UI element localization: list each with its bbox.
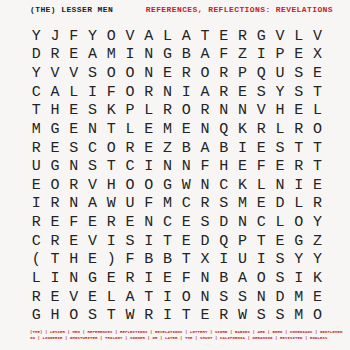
grid-cell[interactable]: A (196, 83, 215, 102)
grid-cell[interactable]: N (196, 120, 215, 139)
grid-cell[interactable]: F (252, 157, 271, 176)
grid-cell[interactable]: R (121, 269, 140, 288)
grid-cell[interactable]: R (121, 139, 140, 158)
grid-cell[interactable]: A (177, 27, 196, 46)
grid-cell[interactable]: S (83, 102, 102, 121)
grid-cell[interactable]: X (196, 251, 215, 270)
grid-cell[interactable]: N (158, 157, 177, 176)
grid-cell[interactable]: L (290, 195, 309, 214)
grid-cell[interactable]: V (65, 64, 84, 83)
grid-cell[interactable]: O (177, 102, 196, 121)
grid-cell[interactable]: O (46, 176, 65, 195)
grid-cell[interactable]: G (27, 306, 46, 325)
grid-cell[interactable]: I (177, 83, 196, 102)
grid-cell[interactable]: C (27, 232, 46, 251)
grid-cell[interactable]: E (252, 139, 271, 158)
grid-cell[interactable]: D (27, 46, 46, 65)
grid-cell[interactable]: I (83, 83, 102, 102)
word-list-line-1: (THE) | LESSER | MEN | REFERENCES | REFL… (30, 330, 330, 336)
grid-cell[interactable]: E (290, 102, 309, 121)
grid-cell[interactable]: E (83, 213, 102, 232)
grid-cell[interactable]: N (83, 120, 102, 139)
grid-cell[interactable]: B (177, 139, 196, 158)
grid-cell[interactable]: I (215, 251, 234, 270)
grid-cell[interactable]: E (121, 213, 140, 232)
grid-cell[interactable]: K (233, 176, 252, 195)
grid-cell[interactable]: Y (83, 27, 102, 46)
grid-cell[interactable]: Y (271, 83, 290, 102)
grid-cell[interactable]: E (27, 176, 46, 195)
grid-cell[interactable]: E (308, 288, 327, 307)
grid-cell[interactable]: G (83, 269, 102, 288)
grid-cell[interactable]: I (252, 46, 271, 65)
grid-cell[interactable]: M (102, 46, 121, 65)
grid-cell[interactable]: B (215, 139, 234, 158)
grid-cell[interactable]: E (252, 195, 271, 214)
grid-cell[interactable]: B (140, 251, 159, 270)
grid-cell[interactable]: C (215, 176, 234, 195)
grid-cell[interactable]: E (65, 232, 84, 251)
grid-cell[interactable]: O (252, 269, 271, 288)
grid-cell[interactable]: A (83, 46, 102, 65)
grid-cell[interactable]: I (102, 232, 121, 251)
grid-cell[interactable]: O (290, 213, 309, 232)
grid-cell[interactable]: T (252, 232, 271, 251)
grid-cell[interactable]: O (121, 64, 140, 83)
grid-cell[interactable]: E (233, 157, 252, 176)
grid-cell[interactable]: I (158, 288, 177, 307)
grid-cell[interactable]: R (308, 195, 327, 214)
grid-cell[interactable]: A (196, 139, 215, 158)
grid-cell[interactable]: I (290, 176, 309, 195)
grid-cell[interactable]: T (196, 27, 215, 46)
grid-cell[interactable]: V (121, 27, 140, 46)
grid-cell[interactable]: Y (308, 251, 327, 270)
grid-cell[interactable]: O (102, 139, 121, 158)
grid-cell[interactable]: Z (158, 139, 177, 158)
grid-cell[interactable]: P (121, 102, 140, 121)
grid-cell[interactable]: I (140, 232, 159, 251)
grid-cell[interactable]: R (177, 64, 196, 83)
grid-cell[interactable]: N (158, 83, 177, 102)
grid-cell[interactable]: R (196, 195, 215, 214)
grid-cell[interactable]: ( (27, 251, 46, 270)
grid-cell[interactable]: W (102, 195, 121, 214)
grid-cell[interactable]: I (252, 251, 271, 270)
grid-cell[interactable]: C (177, 195, 196, 214)
word-search-grid: YJFYOVALATERGVLVDREAMINGBAFZIPEXYVVSOONE… (27, 27, 327, 325)
grid-cell[interactable]: J (46, 27, 65, 46)
word-list-line-2: IN | LINGERIE | GHOSTWRITER | TRILOGY | … (30, 336, 330, 342)
grid-cell[interactable]: O (121, 83, 140, 102)
grid-cell[interactable]: I (121, 46, 140, 65)
grid-cell[interactable]: I (290, 269, 309, 288)
grid-cell[interactable]: H (46, 306, 65, 325)
grid-cell[interactable]: K (233, 120, 252, 139)
grid-cell[interactable]: U (233, 251, 252, 270)
grid-cell[interactable]: I (233, 139, 252, 158)
grid-cell[interactable]: F (121, 251, 140, 270)
grid-cell[interactable]: T (177, 251, 196, 270)
grid-cell[interactable]: C (121, 157, 140, 176)
grid-cell[interactable]: H (271, 102, 290, 121)
grid-cell[interactable]: R (158, 102, 177, 121)
grid-cell[interactable]: P (233, 232, 252, 251)
grid-cell[interactable]: U (271, 64, 290, 83)
grid-cell[interactable]: R (215, 83, 234, 102)
grid-cell[interactable]: Y (308, 213, 327, 232)
grid-cell[interactable]: Q (215, 232, 234, 251)
grid-cell[interactable]: R (215, 306, 234, 325)
grid-cell[interactable]: F (65, 27, 84, 46)
grid-cell[interactable]: N (140, 46, 159, 65)
grid-cell[interactable]: L (158, 27, 177, 46)
grid-cell[interactable]: E (215, 27, 234, 46)
grid-cell[interactable]: M (290, 306, 309, 325)
grid-cell[interactable]: T (27, 102, 46, 121)
grid-cell[interactable]: L (271, 120, 290, 139)
grid-cell[interactable]: T (140, 288, 159, 307)
grid-cell[interactable]: V (308, 27, 327, 46)
grid-cell[interactable]: E (83, 251, 102, 270)
grid-cell[interactable]: S (215, 288, 234, 307)
grid-cell[interactable]: S (83, 64, 102, 83)
grid-cell[interactable]: G (158, 176, 177, 195)
grid-cell[interactable]: E (65, 102, 84, 121)
grid-cell[interactable]: E (271, 157, 290, 176)
grid-cell[interactable]: A (121, 288, 140, 307)
grid-cell[interactable]: F (196, 157, 215, 176)
grid-cell[interactable]: S (121, 232, 140, 251)
grid-cell[interactable]: E (140, 120, 159, 139)
grid-cell[interactable]: H (215, 157, 234, 176)
grid-cell[interactable]: Q (252, 64, 271, 83)
grid-cell[interactable]: W (177, 176, 196, 195)
grid-cell[interactable]: L (290, 27, 309, 46)
grid-cell[interactable]: N (233, 213, 252, 232)
grid-cell[interactable]: M (158, 120, 177, 139)
grid-cell[interactable]: G (290, 232, 309, 251)
grid-cell[interactable]: C (252, 213, 271, 232)
grid-cell[interactable]: T (158, 232, 177, 251)
grid-cell[interactable]: Q (215, 120, 234, 139)
grid-cell[interactable]: M (27, 120, 46, 139)
grid-cell[interactable]: V (46, 64, 65, 83)
grid-cell[interactable]: B (177, 46, 196, 65)
grid-cell[interactable]: N (196, 288, 215, 307)
grid-cell[interactable]: R (290, 157, 309, 176)
grid-cell[interactable]: D (271, 195, 290, 214)
grid-cell[interactable]: V (65, 288, 84, 307)
grid-cell[interactable]: S (271, 306, 290, 325)
grid-cell[interactable]: R (27, 288, 46, 307)
grid-cell[interactable]: T (290, 139, 309, 158)
grid-cell[interactable]: A (83, 195, 102, 214)
grid-cell[interactable]: S (271, 269, 290, 288)
grid-cell[interactable]: N (177, 157, 196, 176)
grid-cell[interactable]: V (83, 232, 102, 251)
grid-cell[interactable]: H (102, 176, 121, 195)
grid-cell[interactable]: E (177, 120, 196, 139)
grid-cell[interactable]: T (177, 306, 196, 325)
grid-cell[interactable]: B (158, 251, 177, 270)
grid-cell[interactable]: ) (102, 251, 121, 270)
grid-cell[interactable]: N (65, 269, 84, 288)
grid-cell[interactable]: I (140, 157, 159, 176)
grid-cell[interactable]: O (121, 176, 140, 195)
grid-cell[interactable]: C (158, 213, 177, 232)
grid-cell[interactable]: I (46, 269, 65, 288)
album-title: REFERENCES, REFLECTIONS: REVELATIONS (146, 5, 333, 14)
grid-cell[interactable]: N (140, 64, 159, 83)
grid-cell[interactable]: Z (308, 232, 327, 251)
grid-cell[interactable]: I (140, 269, 159, 288)
grid-cell[interactable]: S (65, 139, 84, 158)
grid-cell[interactable]: E (177, 213, 196, 232)
grid-cell[interactable]: Y (27, 64, 46, 83)
grid-cell[interactable]: S (271, 139, 290, 158)
grid-cell[interactable]: C (27, 83, 46, 102)
grid-cell[interactable]: A (196, 46, 215, 65)
grid-cell[interactable]: L (65, 83, 84, 102)
grid-cell[interactable]: E (65, 120, 84, 139)
word-list: (THE) | LESSER | MEN | REFERENCES | REFL… (30, 330, 330, 341)
grid-cell[interactable]: C (83, 139, 102, 158)
grid-cell[interactable]: E (46, 213, 65, 232)
grid-cell[interactable]: D (196, 232, 215, 251)
grid-cell[interactable]: F (65, 213, 84, 232)
grid-cell[interactable]: N (196, 176, 215, 195)
grid-cell[interactable]: E (158, 269, 177, 288)
grid-cell[interactable]: R (65, 176, 84, 195)
grid-cell[interactable]: S (290, 83, 309, 102)
grid-cell[interactable]: Y (27, 27, 46, 46)
grid-cell[interactable]: A (140, 27, 159, 46)
grid-cell[interactable]: O (102, 64, 121, 83)
grid-cell[interactable]: N (140, 213, 159, 232)
grid-cell[interactable]: K (102, 102, 121, 121)
grid-cell[interactable]: N (196, 269, 215, 288)
grid-cell[interactable]: R (252, 120, 271, 139)
grid-cell[interactable]: P (271, 46, 290, 65)
grid-cell[interactable]: E (102, 269, 121, 288)
grid-cell[interactable]: O (102, 27, 121, 46)
grid-cell[interactable]: E (158, 64, 177, 83)
grid-cell[interactable]: S (196, 213, 215, 232)
grid-cell[interactable]: D (271, 288, 290, 307)
grid-cell[interactable]: R (233, 27, 252, 46)
grid-cell[interactable]: L (308, 102, 327, 121)
grid-cell[interactable]: E (290, 46, 309, 65)
grid-cell[interactable]: A (46, 83, 65, 102)
grid-cell[interactable]: S (252, 83, 271, 102)
grid-cell[interactable]: F (140, 195, 159, 214)
grid-cell[interactable]: T (46, 251, 65, 270)
grid-cell[interactable]: E (233, 83, 252, 102)
grid-cell[interactable]: L (121, 120, 140, 139)
grid-cell[interactable]: E (308, 176, 327, 195)
grid-cell[interactable]: O (177, 288, 196, 307)
grid-cell[interactable]: S (83, 306, 102, 325)
grid-cell[interactable]: U (27, 157, 46, 176)
grid-cell[interactable]: Z (233, 46, 252, 65)
grid-cell[interactable]: N (233, 102, 252, 121)
grid-cell[interactable]: I (27, 195, 46, 214)
grid-cell[interactable]: E (271, 232, 290, 251)
grid-cell[interactable]: S (83, 157, 102, 176)
grid-cell[interactable]: H (46, 102, 65, 121)
grid-cell[interactable]: E (308, 64, 327, 83)
grid-cell[interactable]: L (271, 213, 290, 232)
grid-cell[interactable]: F (215, 46, 234, 65)
grid-cell[interactable]: E (140, 139, 159, 158)
grid-cell[interactable]: P (233, 64, 252, 83)
grid-cell[interactable]: O (140, 176, 159, 195)
grid-cell[interactable]: G (46, 157, 65, 176)
grid-cell[interactable]: G (252, 27, 271, 46)
grid-cell[interactable]: F (177, 269, 196, 288)
grid-cell[interactable]: R (46, 46, 65, 65)
grid-cell[interactable]: S (271, 251, 290, 270)
grid-cell[interactable]: N (271, 176, 290, 195)
grid-cell[interactable]: X (308, 46, 327, 65)
grid-cell[interactable]: N (65, 195, 84, 214)
grid-cell[interactable]: T (308, 139, 327, 158)
grid-cell[interactable]: R (140, 83, 159, 102)
grid-cell[interactable]: R (46, 195, 65, 214)
grid-cell[interactable]: E (177, 232, 196, 251)
band-title: (THE) LESSER MEN (30, 5, 113, 14)
grid-cell[interactable]: M (233, 195, 252, 214)
grid-cell[interactable]: W (121, 306, 140, 325)
grid-cell[interactable]: R (196, 102, 215, 121)
grid-cell[interactable]: R (215, 64, 234, 83)
grid-cell[interactable]: E (83, 288, 102, 307)
grid-cell[interactable]: L (102, 288, 121, 307)
grid-cell[interactable]: R (290, 120, 309, 139)
grid-cell[interactable]: R (140, 306, 159, 325)
grid-cell[interactable]: H (65, 251, 84, 270)
grid-cell[interactable]: G (46, 120, 65, 139)
grid-cell[interactable]: N (215, 102, 234, 121)
grid-cell[interactable]: S (290, 64, 309, 83)
grid-cell[interactable]: Y (290, 251, 309, 270)
grid-cell[interactable]: S (215, 195, 234, 214)
grid-cell[interactable]: R (27, 213, 46, 232)
grid-cell[interactable]: E (65, 46, 84, 65)
grid-cell[interactable]: N (65, 157, 84, 176)
grid-cell[interactable]: A (233, 269, 252, 288)
grid-cell[interactable]: E (196, 306, 215, 325)
grid-cell[interactable]: K (308, 269, 327, 288)
grid-cell[interactable]: F (102, 83, 121, 102)
grid-cell[interactable]: V (83, 176, 102, 195)
grid-cell[interactable]: T (308, 83, 327, 102)
grid-cell[interactable]: W (233, 306, 252, 325)
grid-cell[interactable]: R (46, 232, 65, 251)
grid-cell[interactable]: D (215, 213, 234, 232)
grid-cell[interactable]: V (252, 102, 271, 121)
grid-cell[interactable]: S (252, 306, 271, 325)
grid-cell[interactable]: E (46, 288, 65, 307)
grid-cell[interactable]: O (65, 306, 84, 325)
grid-cell[interactable]: T (102, 120, 121, 139)
grid-cell[interactable]: E (46, 139, 65, 158)
grid-cell[interactable]: G (158, 46, 177, 65)
grid-cell[interactable]: I (158, 306, 177, 325)
grid-cell[interactable]: N (252, 288, 271, 307)
grid-cell[interactable]: M (290, 288, 309, 307)
header: (THE) LESSER MEN REFERENCES, REFLECTIONS… (30, 5, 333, 14)
grid-cell[interactable]: B (215, 269, 234, 288)
grid-cell[interactable]: R (27, 139, 46, 158)
grid-cell[interactable]: L (140, 102, 159, 121)
grid-cell[interactable]: O (308, 306, 327, 325)
grid-cell[interactable]: T (102, 157, 121, 176)
grid-cell[interactable]: V (271, 27, 290, 46)
grid-cell[interactable]: S (233, 288, 252, 307)
grid-cell[interactable]: O (196, 64, 215, 83)
grid-cell[interactable]: T (102, 306, 121, 325)
grid-cell[interactable]: T (308, 157, 327, 176)
grid-cell[interactable]: R (102, 213, 121, 232)
grid-cell[interactable]: O (308, 120, 327, 139)
grid-cell[interactable]: L (252, 176, 271, 195)
grid-cell[interactable]: M (158, 195, 177, 214)
grid-cell[interactable]: L (27, 269, 46, 288)
grid-cell[interactable]: U (121, 195, 140, 214)
